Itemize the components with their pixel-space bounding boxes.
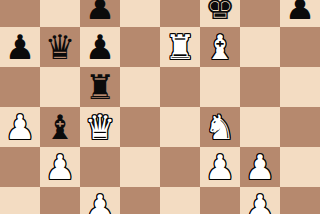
chess-app-screen: ♟♚♟♟♛♟♜♝♜♟♝♛♞♟♟♟♟♟ bbox=[0, 0, 320, 214]
square-r5-c6[interactable]: ♟ bbox=[240, 187, 280, 214]
square-r4-c0[interactable] bbox=[0, 147, 40, 187]
square-r4-c2[interactable] bbox=[80, 147, 120, 187]
chess-board: ♟♚♟♟♛♟♜♝♜♟♝♛♞♟♟♟♟♟ bbox=[0, 0, 320, 214]
black-rook: ♜ bbox=[85, 70, 115, 104]
square-r1-c1[interactable]: ♛ bbox=[40, 27, 80, 67]
square-r3-c7[interactable] bbox=[280, 107, 320, 147]
square-r5-c7[interactable] bbox=[280, 187, 320, 214]
black-king: ♚ bbox=[205, 0, 235, 24]
square-r0-c2[interactable]: ♟ bbox=[80, 0, 120, 27]
square-r3-c0[interactable]: ♟ bbox=[0, 107, 40, 147]
square-r5-c0[interactable] bbox=[0, 187, 40, 214]
white-pawn: ♟ bbox=[5, 110, 35, 144]
square-r5-c3[interactable] bbox=[120, 187, 160, 214]
square-r3-c6[interactable] bbox=[240, 107, 280, 147]
square-r5-c2[interactable]: ♟ bbox=[80, 187, 120, 214]
square-r1-c5[interactable]: ♝ bbox=[200, 27, 240, 67]
square-r2-c1[interactable] bbox=[40, 67, 80, 107]
black-queen: ♛ bbox=[45, 30, 75, 64]
black-pawn: ♟ bbox=[285, 0, 315, 24]
black-bishop: ♝ bbox=[45, 110, 75, 144]
black-pawn: ♟ bbox=[85, 30, 115, 64]
square-r2-c4[interactable] bbox=[160, 67, 200, 107]
square-r0-c0[interactable] bbox=[0, 0, 40, 27]
square-r3-c5[interactable]: ♞ bbox=[200, 107, 240, 147]
square-r2-c7[interactable] bbox=[280, 67, 320, 107]
square-r1-c0[interactable]: ♟ bbox=[0, 27, 40, 67]
white-pawn: ♟ bbox=[245, 150, 275, 184]
square-r5-c1[interactable] bbox=[40, 187, 80, 214]
square-r1-c3[interactable] bbox=[120, 27, 160, 67]
square-r0-c7[interactable]: ♟ bbox=[280, 0, 320, 27]
white-pawn: ♟ bbox=[245, 190, 275, 214]
square-r0-c1[interactable] bbox=[40, 0, 80, 27]
square-r4-c7[interactable] bbox=[280, 147, 320, 187]
square-r3-c1[interactable]: ♝ bbox=[40, 107, 80, 147]
square-r1-c6[interactable] bbox=[240, 27, 280, 67]
black-pawn: ♟ bbox=[5, 30, 35, 64]
white-knight: ♞ bbox=[205, 110, 235, 144]
square-r3-c2[interactable]: ♛ bbox=[80, 107, 120, 147]
square-r2-c0[interactable] bbox=[0, 67, 40, 107]
square-r3-c3[interactable] bbox=[120, 107, 160, 147]
white-queen: ♛ bbox=[85, 110, 115, 144]
white-pawn: ♟ bbox=[45, 150, 75, 184]
square-r1-c2[interactable]: ♟ bbox=[80, 27, 120, 67]
square-r2-c2[interactable]: ♜ bbox=[80, 67, 120, 107]
square-r5-c5[interactable] bbox=[200, 187, 240, 214]
square-r0-c5[interactable]: ♚ bbox=[200, 0, 240, 27]
square-r4-c1[interactable]: ♟ bbox=[40, 147, 80, 187]
square-r2-c5[interactable] bbox=[200, 67, 240, 107]
square-r2-c6[interactable] bbox=[240, 67, 280, 107]
white-pawn: ♟ bbox=[85, 190, 115, 214]
square-r3-c4[interactable] bbox=[160, 107, 200, 147]
square-r5-c4[interactable] bbox=[160, 187, 200, 214]
square-r0-c6[interactable] bbox=[240, 0, 280, 27]
square-r4-c6[interactable]: ♟ bbox=[240, 147, 280, 187]
white-bishop: ♝ bbox=[205, 30, 235, 64]
square-r1-c7[interactable] bbox=[280, 27, 320, 67]
white-pawn: ♟ bbox=[205, 150, 235, 184]
square-r0-c4[interactable] bbox=[160, 0, 200, 27]
black-pawn: ♟ bbox=[85, 0, 115, 24]
square-r4-c4[interactable] bbox=[160, 147, 200, 187]
square-r4-c3[interactable] bbox=[120, 147, 160, 187]
white-rook: ♜ bbox=[165, 30, 195, 64]
square-r0-c3[interactable] bbox=[120, 0, 160, 27]
square-r1-c4[interactable]: ♜ bbox=[160, 27, 200, 67]
square-r4-c5[interactable]: ♟ bbox=[200, 147, 240, 187]
square-r2-c3[interactable] bbox=[120, 67, 160, 107]
